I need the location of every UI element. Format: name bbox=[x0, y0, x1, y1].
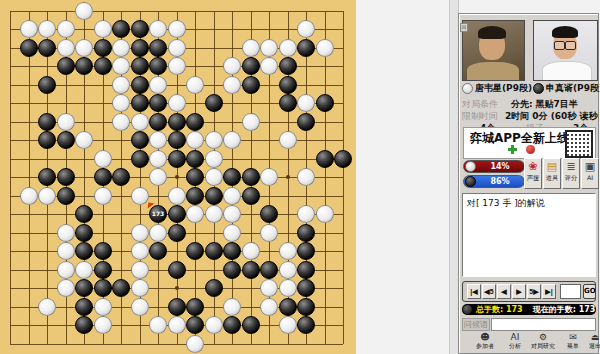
last-move-stone: 173 bbox=[149, 205, 167, 223]
black-stone bbox=[131, 39, 149, 57]
white-stone bbox=[186, 205, 204, 223]
black-stone bbox=[112, 168, 130, 186]
black-stone bbox=[149, 39, 167, 57]
black-stone bbox=[57, 168, 75, 186]
white-stone bbox=[316, 205, 334, 223]
black-stone bbox=[186, 298, 204, 316]
black-stone bbox=[168, 261, 186, 279]
black-stone bbox=[260, 205, 278, 223]
black-winrate-value: 86% bbox=[476, 178, 524, 186]
white-stone bbox=[186, 335, 204, 353]
black-stone bbox=[223, 261, 241, 279]
move-nav-bar: |◀◀5◀▶5▶▶| GO bbox=[462, 281, 596, 302]
forward-5-button[interactable]: 5▶ bbox=[527, 284, 541, 299]
white-stone bbox=[112, 39, 130, 57]
white-stone bbox=[223, 224, 241, 242]
black-stone bbox=[131, 94, 149, 112]
white-stone bbox=[94, 20, 112, 38]
black-stone bbox=[75, 205, 93, 223]
white-stone bbox=[149, 76, 167, 94]
last-move-button[interactable]: ▶| bbox=[542, 284, 556, 299]
white-stone bbox=[149, 150, 167, 168]
white-stone bbox=[94, 316, 112, 334]
black-stone bbox=[75, 57, 93, 75]
white-stone bbox=[131, 242, 149, 260]
side-button-AI[interactable]: ▣AI bbox=[581, 158, 599, 189]
white-stone bbox=[186, 131, 204, 149]
star-point bbox=[286, 175, 290, 179]
white-winrate-value: 14% bbox=[476, 163, 524, 171]
black-stone bbox=[94, 39, 112, 57]
white-stone bbox=[186, 76, 204, 94]
black-stone bbox=[186, 242, 204, 260]
white-stone bbox=[168, 57, 186, 75]
tab-参加者[interactable]: ☻参加者 bbox=[471, 333, 499, 350]
last-move-marker-icon bbox=[148, 203, 155, 210]
total-moves: 总手数: 173 bbox=[476, 304, 523, 315]
white-stone bbox=[57, 279, 75, 297]
star-point bbox=[175, 286, 179, 290]
white-stone bbox=[168, 39, 186, 57]
white-stone bbox=[260, 168, 278, 186]
grid-line bbox=[325, 11, 326, 344]
black-stone bbox=[223, 168, 241, 186]
black-stone bbox=[131, 20, 149, 38]
white-stone bbox=[297, 168, 315, 186]
glasses-icon bbox=[553, 41, 577, 48]
current-move: 现在的手数: 173 bbox=[533, 304, 596, 315]
back-5-button[interactable]: ◀5 bbox=[482, 284, 496, 299]
white-stone bbox=[279, 261, 297, 279]
white-stone bbox=[57, 261, 75, 279]
black-stone bbox=[112, 20, 130, 38]
white-stone bbox=[38, 298, 56, 316]
white-stone bbox=[20, 187, 38, 205]
person-icon: ☻ bbox=[471, 333, 499, 342]
black-stone bbox=[168, 131, 186, 149]
black-stone bbox=[316, 150, 334, 168]
white-stone bbox=[131, 298, 149, 316]
black-stone bbox=[205, 279, 223, 297]
white-player-hair bbox=[478, 26, 506, 39]
white-stone bbox=[260, 57, 278, 75]
black-player-name: 申真谞(P9段) bbox=[546, 82, 600, 95]
black-stone-icon bbox=[533, 83, 544, 94]
white-stone bbox=[297, 205, 315, 223]
white-stone bbox=[242, 242, 260, 260]
black-stone bbox=[242, 261, 260, 279]
side-panel: 唐韦星(P9段) 申真谞(P9段) 对局条件 分先: 黑贴7目半 限制时间 2时… bbox=[458, 13, 599, 354]
white-stone bbox=[131, 261, 149, 279]
black-stone bbox=[38, 39, 56, 57]
condition-value: 分先: 黑贴7目半 bbox=[511, 99, 578, 109]
white-stone bbox=[168, 316, 186, 334]
black-stone bbox=[168, 150, 186, 168]
black-stone bbox=[75, 316, 93, 334]
black-player-photo bbox=[533, 20, 598, 81]
tab-label: 参加者 bbox=[473, 343, 497, 350]
black-stone-icon bbox=[465, 176, 476, 187]
white-stone bbox=[223, 76, 241, 94]
black-stone bbox=[168, 298, 186, 316]
white-stone bbox=[205, 131, 223, 149]
tab-label: 对局研究 bbox=[531, 343, 555, 350]
white-player-body bbox=[467, 62, 519, 81]
black-stone bbox=[149, 94, 167, 112]
banner-text: 弈城APP全新上线 bbox=[470, 130, 569, 147]
black-stone bbox=[38, 113, 56, 131]
black-stone bbox=[94, 168, 112, 186]
tab-分析[interactable]: AI分析 bbox=[501, 333, 529, 350]
black-stone bbox=[149, 242, 167, 260]
white-winrate-bar: 14% bbox=[463, 160, 525, 173]
collapse-button[interactable]: 回 bbox=[460, 23, 468, 32]
white-stone bbox=[279, 39, 297, 57]
tab-label: 分析 bbox=[503, 343, 527, 350]
black-stone bbox=[223, 316, 241, 334]
white-stone bbox=[38, 187, 56, 205]
grid-line bbox=[10, 344, 343, 345]
white-stone bbox=[131, 113, 149, 131]
white-stone bbox=[205, 168, 223, 186]
fruit-icon bbox=[526, 145, 535, 154]
black-stone bbox=[205, 187, 223, 205]
white-stone bbox=[260, 39, 278, 57]
black-stone bbox=[131, 150, 149, 168]
black-winrate-bar: 86% bbox=[463, 175, 525, 188]
white-stone bbox=[38, 20, 56, 38]
white-stone bbox=[242, 39, 260, 57]
black-stone bbox=[279, 94, 297, 112]
white-stone bbox=[260, 224, 278, 242]
tab-退出[interactable]: ⏏退出 bbox=[581, 333, 600, 350]
black-stone bbox=[242, 76, 260, 94]
black-stone bbox=[223, 242, 241, 260]
black-stone bbox=[112, 279, 130, 297]
side-button-评分[interactable]: ≣评分 bbox=[562, 158, 580, 189]
black-stone bbox=[297, 279, 315, 297]
black-stone bbox=[75, 242, 93, 260]
white-stone bbox=[112, 113, 130, 131]
black-stone bbox=[94, 57, 112, 75]
black-stone bbox=[38, 168, 56, 186]
black-stone bbox=[168, 224, 186, 242]
go-board[interactable]: 173 bbox=[0, 0, 356, 354]
black-stone bbox=[131, 76, 149, 94]
first-move-button[interactable]: |◀ bbox=[467, 284, 481, 299]
robot-icon: ▣ bbox=[582, 159, 598, 175]
white-stone bbox=[75, 39, 93, 57]
black-stone bbox=[149, 57, 167, 75]
move-number-label: 173 bbox=[152, 211, 165, 217]
white-stone bbox=[112, 57, 130, 75]
black-stone bbox=[57, 187, 75, 205]
black-stone bbox=[297, 224, 315, 242]
black-stone bbox=[297, 242, 315, 260]
white-stone bbox=[75, 131, 93, 149]
commentary-box[interactable]: 对[ 173 手 ]的解说 bbox=[462, 193, 596, 277]
black-stone bbox=[149, 113, 167, 131]
tygem-go-client: 173 唐韦星(P9段) 申真谞(P9段) 对局条件 分先: 黑贴7目半 限制时… bbox=[0, 0, 600, 354]
white-stone bbox=[223, 205, 241, 223]
white-stone bbox=[131, 279, 149, 297]
black-stone bbox=[168, 113, 186, 131]
black-stone bbox=[186, 187, 204, 205]
white-stone bbox=[149, 131, 167, 149]
black-stone bbox=[297, 261, 315, 279]
qr-code-icon bbox=[565, 130, 593, 158]
white-stone bbox=[75, 2, 93, 20]
bottom-toolbar: ☻参加者AI分析⚙对局研究✉菜单⏏退出 bbox=[459, 333, 598, 353]
white-player-name-row: 唐韦星(P9段) bbox=[462, 82, 532, 94]
black-stone bbox=[279, 76, 297, 94]
time-value: 2时间 0分 (60秒 读秒 5个) bbox=[505, 111, 600, 121]
white-stone-icon bbox=[462, 83, 473, 94]
white-stone bbox=[94, 187, 112, 205]
white-stone bbox=[57, 20, 75, 38]
black-player-name-row: 申真谞(P9段) bbox=[533, 82, 600, 94]
research-icon: ⚙ bbox=[529, 333, 557, 342]
black-stone bbox=[242, 316, 260, 334]
white-player-photo bbox=[462, 20, 525, 81]
white-stone bbox=[205, 205, 223, 223]
white-stone bbox=[149, 168, 167, 186]
black-player-body bbox=[542, 61, 592, 81]
white-stone bbox=[131, 224, 149, 242]
grid-line bbox=[343, 11, 344, 344]
white-stone bbox=[223, 298, 241, 316]
white-stone bbox=[205, 316, 223, 334]
black-stone bbox=[242, 187, 260, 205]
back-1-button[interactable]: ◀ bbox=[497, 284, 511, 299]
white-stone bbox=[260, 298, 278, 316]
app-banner[interactable]: 弈城APP全新上线 bbox=[463, 127, 596, 159]
white-stone bbox=[223, 57, 241, 75]
side-button-label: AI bbox=[583, 175, 597, 181]
white-stone bbox=[94, 298, 112, 316]
white-stone bbox=[57, 113, 75, 131]
black-stone bbox=[131, 57, 149, 75]
black-stone bbox=[279, 298, 297, 316]
black-stone bbox=[242, 57, 260, 75]
white-stone bbox=[316, 39, 334, 57]
black-stone bbox=[297, 316, 315, 334]
black-stone bbox=[94, 261, 112, 279]
white-stone bbox=[297, 94, 315, 112]
side-button-声援[interactable]: ❀声援 bbox=[524, 158, 542, 189]
black-stone bbox=[57, 131, 75, 149]
white-player-name: 唐韦星(P9段) bbox=[475, 82, 532, 95]
forward-1-button[interactable]: ▶ bbox=[512, 284, 526, 299]
commentary-text: 对[ 173 手 ]的解说 bbox=[467, 198, 545, 208]
move-counter-bar: 总手数: 173 现在的手数: 173 bbox=[462, 304, 596, 315]
side-button-label: 评分 bbox=[564, 175, 578, 181]
exit-icon: ⏏ bbox=[581, 333, 600, 342]
condition-label: 对局条件 bbox=[462, 99, 498, 109]
white-stone bbox=[20, 20, 38, 38]
black-stone bbox=[75, 279, 93, 297]
rose-icon: ❀ bbox=[525, 159, 541, 175]
white-stone bbox=[168, 20, 186, 38]
black-stone bbox=[94, 279, 112, 297]
stone-dot-icon bbox=[463, 305, 472, 314]
black-stone bbox=[131, 131, 149, 149]
white-stone bbox=[242, 113, 260, 131]
black-stone bbox=[260, 261, 278, 279]
white-stone bbox=[131, 187, 149, 205]
white-stone bbox=[94, 150, 112, 168]
white-stone bbox=[149, 20, 167, 38]
white-stone bbox=[223, 131, 241, 149]
ai-icon: AI bbox=[501, 333, 529, 342]
white-stone bbox=[279, 131, 297, 149]
white-stone bbox=[168, 187, 186, 205]
white-stone bbox=[149, 316, 167, 334]
score-sheet-icon: ≣ bbox=[563, 159, 579, 175]
black-stone bbox=[38, 131, 56, 149]
move-number-input[interactable] bbox=[560, 284, 581, 299]
black-stone bbox=[168, 205, 186, 223]
white-stone bbox=[57, 39, 75, 57]
black-stone bbox=[186, 150, 204, 168]
black-stone bbox=[316, 94, 334, 112]
black-player-hair bbox=[552, 26, 578, 38]
black-stone bbox=[186, 316, 204, 334]
black-stone bbox=[75, 298, 93, 316]
side-button-label: 道具 bbox=[545, 175, 559, 181]
black-stone bbox=[186, 113, 204, 131]
white-stone bbox=[297, 20, 315, 38]
black-stone bbox=[38, 76, 56, 94]
white-stone bbox=[205, 150, 223, 168]
side-button-道具[interactable]: ▤道具 bbox=[543, 158, 561, 189]
black-stone bbox=[20, 39, 38, 57]
time-label: 限制时间 bbox=[462, 111, 498, 121]
black-stone bbox=[297, 39, 315, 57]
white-stone bbox=[260, 279, 278, 297]
white-stone bbox=[168, 94, 186, 112]
item-box-icon: ▤ bbox=[544, 159, 560, 175]
black-stone bbox=[94, 242, 112, 260]
black-stone bbox=[205, 242, 223, 260]
white-stone bbox=[279, 242, 297, 260]
black-stone bbox=[242, 168, 260, 186]
black-stone bbox=[279, 57, 297, 75]
white-stone bbox=[57, 242, 75, 260]
white-stone bbox=[112, 94, 130, 112]
black-stone bbox=[334, 150, 352, 168]
black-stone bbox=[297, 113, 315, 131]
side-button-label: 声援 bbox=[526, 175, 540, 181]
black-stone bbox=[57, 57, 75, 75]
white-stone bbox=[112, 76, 130, 94]
plus-icon bbox=[508, 145, 517, 154]
white-stone bbox=[223, 187, 241, 205]
white-stone bbox=[75, 261, 93, 279]
star-point bbox=[175, 175, 179, 179]
black-stone bbox=[186, 168, 204, 186]
tab-对局研究[interactable]: ⚙对局研究 bbox=[529, 333, 557, 350]
greeting-label: 问候语 bbox=[462, 318, 490, 331]
white-stone bbox=[149, 224, 167, 242]
black-stone bbox=[75, 224, 93, 242]
white-stone bbox=[57, 224, 75, 242]
white-stone bbox=[279, 279, 297, 297]
black-stone bbox=[205, 94, 223, 112]
greeting-input[interactable] bbox=[491, 318, 596, 331]
white-stone-icon bbox=[465, 161, 476, 172]
go-button[interactable]: GO bbox=[583, 284, 596, 299]
white-stone bbox=[279, 316, 297, 334]
tab-label: 退出 bbox=[583, 343, 600, 350]
black-stone bbox=[297, 298, 315, 316]
